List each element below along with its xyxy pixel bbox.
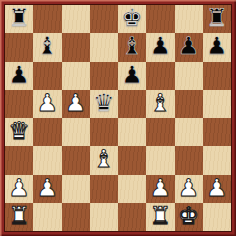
square-d3[interactable]: ♝ xyxy=(90,146,118,174)
square-e8[interactable]: ♚ xyxy=(118,5,146,33)
square-d7[interactable] xyxy=(90,33,118,61)
black-bishop-e7: ♝ xyxy=(121,33,143,60)
square-g8[interactable] xyxy=(175,5,203,33)
black-king-e8: ♚ xyxy=(121,5,143,32)
square-c7[interactable] xyxy=(62,33,90,61)
square-b5[interactable]: ♟ xyxy=(33,90,61,118)
square-b4[interactable] xyxy=(33,118,61,146)
square-h3[interactable] xyxy=(203,146,231,174)
square-h5[interactable] xyxy=(203,90,231,118)
square-g3[interactable] xyxy=(175,146,203,174)
square-g1[interactable]: ♚ xyxy=(175,203,203,231)
square-b6[interactable] xyxy=(33,62,61,90)
square-b2[interactable]: ♟ xyxy=(33,175,61,203)
white-rook-f1: ♜ xyxy=(150,203,172,230)
square-a5[interactable] xyxy=(5,90,33,118)
white-king-g1: ♚ xyxy=(178,203,200,230)
square-e5[interactable] xyxy=(118,90,146,118)
black-pawn-e6: ♟ xyxy=(121,62,143,89)
white-rook-a1: ♜ xyxy=(8,203,30,230)
black-pawn-a6: ♟ xyxy=(8,62,30,89)
square-f4[interactable] xyxy=(146,118,174,146)
square-h6[interactable] xyxy=(203,62,231,90)
black-bishop-b7: ♝ xyxy=(37,33,59,60)
square-d1[interactable] xyxy=(90,203,118,231)
square-g2[interactable]: ♟ xyxy=(175,175,203,203)
square-h8[interactable]: ♜ xyxy=(203,5,231,33)
white-pawn-c5: ♟ xyxy=(65,90,87,117)
square-f2[interactable]: ♟ xyxy=(146,175,174,203)
square-h2[interactable]: ♟ xyxy=(203,175,231,203)
white-pawn-b2: ♟ xyxy=(37,175,59,202)
white-pawn-h2: ♟ xyxy=(206,175,228,202)
square-e4[interactable] xyxy=(118,118,146,146)
square-g4[interactable] xyxy=(175,118,203,146)
board-frame: ♜♚♜♝♝♟♟♟♟♟♟♟♛♝♛♝♟♟♟♟♟♜♜♚ xyxy=(0,0,236,236)
black-queen-d5: ♛ xyxy=(93,90,115,117)
black-pawn-h7: ♟ xyxy=(206,33,228,60)
white-pawn-a2: ♟ xyxy=(8,175,30,202)
square-e6[interactable]: ♟ xyxy=(118,62,146,90)
square-c4[interactable] xyxy=(62,118,90,146)
white-bishop-f5: ♝ xyxy=(150,90,172,117)
square-f8[interactable] xyxy=(146,5,174,33)
square-c1[interactable] xyxy=(62,203,90,231)
square-g6[interactable] xyxy=(175,62,203,90)
white-pawn-f2: ♟ xyxy=(150,175,172,202)
white-pawn-b5: ♟ xyxy=(37,90,59,117)
square-b7[interactable]: ♝ xyxy=(33,33,61,61)
square-f6[interactable] xyxy=(146,62,174,90)
black-pawn-f7: ♟ xyxy=(150,33,172,60)
square-d2[interactable] xyxy=(90,175,118,203)
square-a1[interactable]: ♜ xyxy=(5,203,33,231)
square-f5[interactable]: ♝ xyxy=(146,90,174,118)
white-bishop-d3: ♝ xyxy=(93,146,115,173)
white-pawn-g2: ♟ xyxy=(178,175,200,202)
square-c5[interactable]: ♟ xyxy=(62,90,90,118)
square-c8[interactable] xyxy=(62,5,90,33)
square-c6[interactable] xyxy=(62,62,90,90)
square-b1[interactable] xyxy=(33,203,61,231)
square-h7[interactable]: ♟ xyxy=(203,33,231,61)
square-g5[interactable] xyxy=(175,90,203,118)
black-rook-h8: ♜ xyxy=(206,5,228,32)
square-d5[interactable]: ♛ xyxy=(90,90,118,118)
square-a3[interactable] xyxy=(5,146,33,174)
square-e3[interactable] xyxy=(118,146,146,174)
square-d4[interactable] xyxy=(90,118,118,146)
square-e7[interactable]: ♝ xyxy=(118,33,146,61)
square-d6[interactable] xyxy=(90,62,118,90)
square-b8[interactable] xyxy=(33,5,61,33)
square-f3[interactable] xyxy=(146,146,174,174)
square-a6[interactable]: ♟ xyxy=(5,62,33,90)
square-e2[interactable] xyxy=(118,175,146,203)
square-c2[interactable] xyxy=(62,175,90,203)
white-queen-a4: ♛ xyxy=(8,118,30,145)
square-a8[interactable]: ♜ xyxy=(5,5,33,33)
black-rook-a8: ♜ xyxy=(8,5,30,32)
square-a7[interactable] xyxy=(5,33,33,61)
square-g7[interactable]: ♟ xyxy=(175,33,203,61)
black-pawn-g7: ♟ xyxy=(178,33,200,60)
square-e1[interactable] xyxy=(118,203,146,231)
square-f1[interactable]: ♜ xyxy=(146,203,174,231)
square-c3[interactable] xyxy=(62,146,90,174)
square-h4[interactable] xyxy=(203,118,231,146)
square-a4[interactable]: ♛ xyxy=(5,118,33,146)
square-a2[interactable]: ♟ xyxy=(5,175,33,203)
square-h1[interactable] xyxy=(203,203,231,231)
square-f7[interactable]: ♟ xyxy=(146,33,174,61)
chess-board: ♜♚♜♝♝♟♟♟♟♟♟♟♛♝♛♝♟♟♟♟♟♜♜♚ xyxy=(5,5,231,231)
square-b3[interactable] xyxy=(33,146,61,174)
square-d8[interactable] xyxy=(90,5,118,33)
